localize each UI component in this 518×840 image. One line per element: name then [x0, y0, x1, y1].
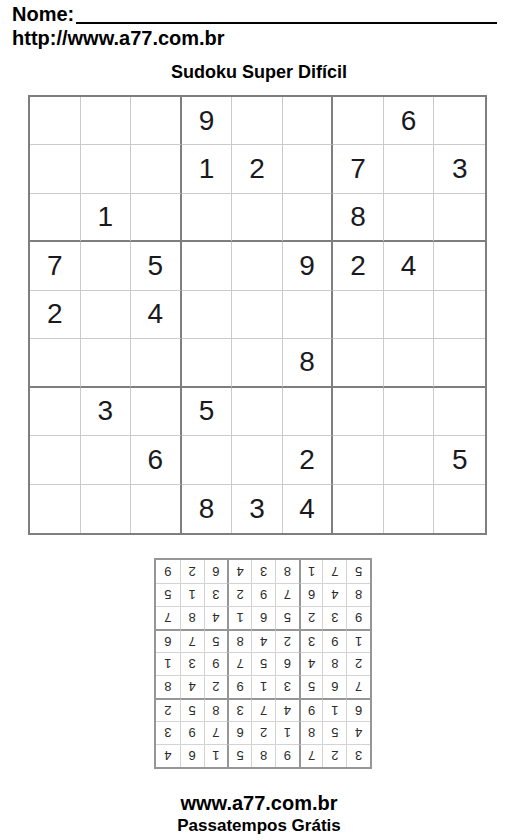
solution-cell-r9c2: 7	[322, 560, 346, 583]
puzzle-cell-r9c6: 4	[283, 485, 334, 533]
puzzle-cell-r9c1[interactable]	[30, 485, 81, 533]
solution-cell-r4c2: 6	[322, 675, 346, 698]
solution-cell-r3c3: 9	[299, 698, 323, 721]
solution-cell-r8c7: 3	[204, 583, 228, 606]
solution-cell-r3c5: 7	[251, 698, 275, 721]
puzzle-cell-r2c3[interactable]	[131, 145, 182, 193]
solution-cell-r6c4: 2	[275, 629, 299, 652]
puzzle-cell-r1c8: 6	[384, 97, 435, 145]
solution-cell-r6c5: 4	[251, 629, 275, 652]
solution-cell-r9c3: 1	[299, 560, 323, 583]
puzzle-cell-r7c3[interactable]	[131, 388, 182, 436]
puzzle-cell-r2c4: 1	[182, 145, 233, 193]
solution-cell-r7c9: 7	[156, 606, 180, 629]
puzzle-cell-r3c9[interactable]	[434, 194, 485, 242]
solution-cell-r4c7: 2	[204, 675, 228, 698]
puzzle-cell-r3c5[interactable]	[232, 194, 283, 242]
puzzle-cell-r7c5[interactable]	[232, 388, 283, 436]
solution-cell-r8c4: 7	[275, 583, 299, 606]
puzzle-cell-r4c8: 4	[384, 242, 435, 290]
puzzle-cell-r6c3[interactable]	[131, 339, 182, 387]
solution-cell-r4c1: 7	[346, 675, 370, 698]
puzzle-grid: 961273187592424835625834	[28, 95, 487, 535]
solution-cell-r7c8: 8	[180, 606, 204, 629]
solution-cell-r8c1: 8	[346, 583, 370, 606]
solution-cell-r1c8: 6	[180, 744, 204, 767]
puzzle-cell-r3c2: 1	[81, 194, 132, 242]
solution-cell-r4c6: 9	[227, 675, 251, 698]
puzzle-cell-r1c3[interactable]	[131, 97, 182, 145]
puzzle-cell-r4c6: 9	[283, 242, 334, 290]
puzzle-cell-r6c7[interactable]	[333, 339, 384, 387]
puzzle-cell-r4c9[interactable]	[434, 242, 485, 290]
puzzle-cell-r4c4[interactable]	[182, 242, 233, 290]
puzzle-cell-r6c4[interactable]	[182, 339, 233, 387]
solution-cell-r2c1: 4	[346, 721, 370, 744]
solution-cell-r6c6: 8	[227, 629, 251, 652]
solution-cell-r7c2: 3	[322, 606, 346, 629]
solution-cell-r2c4: 1	[275, 721, 299, 744]
puzzle-cell-r9c7[interactable]	[333, 485, 384, 533]
puzzle-cell-r5c1: 2	[30, 291, 81, 339]
solution-cell-r8c9: 5	[156, 583, 180, 606]
puzzle-cell-r1c4: 9	[182, 97, 233, 145]
solution-cell-r5c1: 2	[346, 652, 370, 675]
puzzle-cell-r3c6[interactable]	[283, 194, 334, 242]
solution-cell-r8c8: 1	[180, 583, 204, 606]
name-fill-line[interactable]	[76, 5, 497, 24]
solution-cell-r3c2: 1	[322, 698, 346, 721]
puzzle-cell-r6c1[interactable]	[30, 339, 81, 387]
puzzle-cell-r3c7: 8	[333, 194, 384, 242]
puzzle-cell-r2c5: 2	[232, 145, 283, 193]
solution-cell-r2c5: 2	[251, 721, 275, 744]
puzzle-cell-r7c7[interactable]	[333, 388, 384, 436]
puzzle-cell-r1c7[interactable]	[333, 97, 384, 145]
solution-cell-r9c8: 2	[180, 560, 204, 583]
solution-cell-r2c9: 3	[156, 721, 180, 744]
solution-cell-r3c9: 2	[156, 698, 180, 721]
puzzle-cell-r2c1[interactable]	[30, 145, 81, 193]
puzzle-cell-r1c5[interactable]	[232, 97, 283, 145]
solution-cell-r1c1: 3	[346, 744, 370, 767]
puzzle-cell-r8c5[interactable]	[232, 436, 283, 484]
solution-cell-r7c5: 6	[251, 606, 275, 629]
puzzle-cell-r7c1[interactable]	[30, 388, 81, 436]
solution-cell-r5c9: 1	[156, 652, 180, 675]
puzzle-cell-r6c9[interactable]	[434, 339, 485, 387]
puzzle-cell-r4c7: 2	[333, 242, 384, 290]
puzzle-cell-r9c9[interactable]	[434, 485, 485, 533]
puzzle-cell-r2c8[interactable]	[384, 145, 435, 193]
puzzle-cell-r5c4[interactable]	[182, 291, 233, 339]
puzzle-cell-r2c7: 7	[333, 145, 384, 193]
puzzle-cell-r8c9: 5	[434, 436, 485, 484]
solution-cell-r5c4: 6	[275, 652, 299, 675]
solution-cell-r1c7: 1	[204, 744, 228, 767]
solution-cell-r6c2: 9	[322, 629, 346, 652]
puzzle-cell-r5c6[interactable]	[283, 291, 334, 339]
solution-cell-r7c7: 4	[204, 606, 228, 629]
puzzle-cell-r9c4: 8	[182, 485, 233, 533]
puzzle-cell-r8c7[interactable]	[333, 436, 384, 484]
puzzle-cell-r1c2[interactable]	[81, 97, 132, 145]
solution-cell-r1c6: 5	[227, 744, 251, 767]
puzzle-cell-r3c1[interactable]	[30, 194, 81, 242]
puzzle-cell-r5c8[interactable]	[384, 291, 435, 339]
solution-cell-r5c8: 3	[180, 652, 204, 675]
solution-cell-r1c4: 9	[275, 744, 299, 767]
page-title: Sudoku Super Difícil	[0, 62, 518, 83]
solution-cell-r8c5: 9	[251, 583, 275, 606]
name-label: Nome:	[12, 3, 74, 26]
solution-cell-r6c8: 7	[180, 629, 204, 652]
puzzle-cell-r4c2[interactable]	[81, 242, 132, 290]
solution-cell-r5c7: 9	[204, 652, 228, 675]
puzzle-cell-r5c9[interactable]	[434, 291, 485, 339]
puzzle-cell-r8c2[interactable]	[81, 436, 132, 484]
puzzle-cell-r9c3[interactable]	[131, 485, 182, 533]
solution-cell-r3c6: 3	[227, 698, 251, 721]
solution-cell-r2c7: 7	[204, 721, 228, 744]
solution-cell-r5c2: 8	[322, 652, 346, 675]
puzzle-cell-r5c7[interactable]	[333, 291, 384, 339]
footer-site-text: www.a77.com.br	[0, 792, 518, 815]
solution-cell-r1c3: 7	[299, 744, 323, 767]
solution-cell-r9c7: 6	[204, 560, 228, 583]
solution-cell-r9c1: 5	[346, 560, 370, 583]
puzzle-cell-r2c2[interactable]	[81, 145, 132, 193]
solution-cell-r8c2: 4	[322, 583, 346, 606]
puzzle-cell-r5c2[interactable]	[81, 291, 132, 339]
puzzle-cell-r7c8[interactable]	[384, 388, 435, 436]
puzzle-cell-r3c8[interactable]	[384, 194, 435, 242]
puzzle-cell-r1c1[interactable]	[30, 97, 81, 145]
puzzle-cell-r9c2[interactable]	[81, 485, 132, 533]
footer-tagline-text: Passatempos Grátis	[0, 816, 518, 836]
solution-cell-r8c6: 2	[227, 583, 251, 606]
solution-cell-r7c4: 5	[275, 606, 299, 629]
solution-cell-r5c5: 5	[251, 652, 275, 675]
solution-cell-r9c9: 9	[156, 560, 180, 583]
puzzle-cell-r5c5[interactable]	[232, 291, 283, 339]
puzzle-cell-r8c6: 2	[283, 436, 334, 484]
solution-cell-r9c5: 3	[251, 560, 275, 583]
solution-cell-r4c9: 8	[156, 675, 180, 698]
solution-cell-r5c6: 7	[227, 652, 251, 675]
solution-cell-r3c8: 5	[180, 698, 204, 721]
puzzle-cell-r8c8[interactable]	[384, 436, 435, 484]
solution-cell-r2c3: 8	[299, 721, 323, 744]
solution-cell-r2c2: 5	[322, 721, 346, 744]
puzzle-cell-r1c9[interactable]	[434, 97, 485, 145]
solution-cell-r3c4: 4	[275, 698, 299, 721]
puzzle-cell-r8c1[interactable]	[30, 436, 81, 484]
puzzle-cell-r3c4[interactable]	[182, 194, 233, 242]
puzzle-cell-r2c6[interactable]	[283, 145, 334, 193]
solution-cell-r9c6: 4	[227, 560, 251, 583]
solution-cell-r4c5: 1	[251, 675, 275, 698]
puzzle-cell-r4c1: 7	[30, 242, 81, 290]
solution-cell-r7c6: 1	[227, 606, 251, 629]
solution-cell-r6c1: 1	[346, 629, 370, 652]
puzzle-cell-r8c4[interactable]	[182, 436, 233, 484]
puzzle-cell-r9c8[interactable]	[384, 485, 435, 533]
puzzle-cell-r6c5[interactable]	[232, 339, 283, 387]
puzzle-cell-r9c5: 3	[232, 485, 283, 533]
puzzle-cell-r7c4: 5	[182, 388, 233, 436]
solution-cell-r6c7: 5	[204, 629, 228, 652]
solution-cell-r7c3: 2	[299, 606, 323, 629]
solution-cell-r4c3: 5	[299, 675, 323, 698]
solution-cell-r6c3: 3	[299, 629, 323, 652]
solution-cell-r4c8: 4	[180, 675, 204, 698]
puzzle-cell-r7c6[interactable]	[283, 388, 334, 436]
solution-cell-r1c9: 4	[156, 744, 180, 767]
solution-cell-r7c1: 9	[346, 606, 370, 629]
solution-cell-r6c9: 6	[156, 629, 180, 652]
puzzle-cell-r3c3[interactable]	[131, 194, 182, 242]
puzzle-cell-r5c3: 4	[131, 291, 182, 339]
solution-cell-r8c3: 6	[299, 583, 323, 606]
solution-cell-r1c2: 2	[322, 744, 346, 767]
puzzle-cell-r6c8[interactable]	[384, 339, 435, 387]
solution-cell-r2c8: 9	[180, 721, 204, 744]
solution-cell-r5c3: 4	[299, 652, 323, 675]
puzzle-cell-r4c5[interactable]	[232, 242, 283, 290]
puzzle-cell-r1c6[interactable]	[283, 97, 334, 145]
solution-grid: 3279851644581267936194738527653192482846…	[154, 558, 372, 769]
page: Nome: http://www.a77.com.br Sudoku Super…	[0, 0, 518, 840]
puzzle-cell-r6c6: 8	[283, 339, 334, 387]
solution-cell-r9c4: 8	[275, 560, 299, 583]
puzzle-cell-r7c9[interactable]	[434, 388, 485, 436]
puzzle-cell-r2c9: 3	[434, 145, 485, 193]
solution-cell-r4c4: 3	[275, 675, 299, 698]
solution-cell-r3c1: 6	[346, 698, 370, 721]
puzzle-cell-r7c2: 3	[81, 388, 132, 436]
solution-cell-r3c7: 8	[204, 698, 228, 721]
puzzle-cell-r8c3: 6	[131, 436, 182, 484]
site-url-text: http://www.a77.com.br	[12, 27, 225, 50]
solution-cell-r1c5: 8	[251, 744, 275, 767]
puzzle-cell-r6c2[interactable]	[81, 339, 132, 387]
solution-cell-r2c6: 6	[227, 721, 251, 744]
puzzle-cell-r4c3: 5	[131, 242, 182, 290]
